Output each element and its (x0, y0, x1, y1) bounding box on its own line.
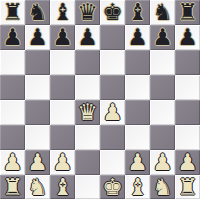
square-f6[interactable] (125, 50, 150, 75)
square-c6[interactable] (50, 50, 75, 75)
square-a6[interactable] (0, 50, 25, 75)
square-e1[interactable]: ♚ (100, 175, 125, 199)
square-a5[interactable] (0, 75, 25, 100)
piece-wB-c1: ♝ (52, 175, 73, 200)
square-b4[interactable] (25, 100, 50, 125)
piece-wK-e1: ♚ (102, 175, 123, 200)
square-c5[interactable] (50, 75, 75, 100)
square-b8[interactable]: ♞ (25, 0, 50, 25)
square-g8[interactable]: ♞ (150, 0, 175, 25)
piece-bP-b7: ♟ (27, 25, 48, 50)
square-d6[interactable] (75, 50, 100, 75)
square-g6[interactable] (150, 50, 175, 75)
square-a7[interactable]: ♟ (0, 25, 25, 50)
piece-wP-c2: ♟ (52, 150, 73, 175)
square-e2[interactable] (100, 150, 125, 175)
square-b5[interactable] (25, 75, 50, 100)
square-b2[interactable]: ♟ (25, 150, 50, 175)
square-h3[interactable] (175, 125, 200, 150)
piece-wR-h1: ♜ (177, 175, 198, 200)
square-h2[interactable]: ♟ (175, 150, 200, 175)
square-h6[interactable] (175, 50, 200, 75)
square-f1[interactable]: ♝ (125, 175, 150, 199)
square-c2[interactable]: ♟ (50, 150, 75, 175)
square-d8[interactable]: ♛ (75, 0, 100, 25)
piece-wP-g2: ♟ (152, 150, 173, 175)
piece-bK-e8: ♚ (102, 0, 123, 25)
square-f3[interactable] (125, 125, 150, 150)
piece-bB-c8: ♝ (52, 0, 73, 25)
piece-wQ-d4: ♛ (77, 100, 98, 125)
piece-bP-d7: ♟ (77, 25, 98, 50)
square-a8[interactable]: ♜ (0, 0, 25, 25)
square-d7[interactable]: ♟ (75, 25, 100, 50)
square-g7[interactable]: ♟ (150, 25, 175, 50)
square-a2[interactable]: ♟ (0, 150, 25, 175)
piece-wP-b2: ♟ (27, 150, 48, 175)
square-g4[interactable] (150, 100, 175, 125)
square-c1[interactable]: ♝ (50, 175, 75, 199)
square-g5[interactable] (150, 75, 175, 100)
square-e4[interactable]: ♟ (100, 100, 125, 125)
piece-wP-e4: ♟ (102, 100, 123, 125)
piece-wP-f2: ♟ (127, 150, 148, 175)
square-b3[interactable] (25, 125, 50, 150)
piece-bR-h8: ♜ (177, 0, 198, 25)
square-e3[interactable] (100, 125, 125, 150)
piece-wB-f1: ♝ (127, 175, 148, 200)
piece-bP-a7: ♟ (2, 25, 23, 50)
square-e5[interactable] (100, 75, 125, 100)
piece-bN-g8: ♞ (152, 0, 173, 25)
piece-wP-a2: ♟ (2, 150, 23, 175)
piece-bP-f7: ♟ (127, 25, 148, 50)
square-e7[interactable] (100, 25, 125, 50)
square-h1[interactable]: ♜ (175, 175, 200, 199)
square-e6[interactable] (100, 50, 125, 75)
square-a4[interactable] (0, 100, 25, 125)
square-d1[interactable] (75, 175, 100, 199)
chess-board: ♜♞♝♛♚♝♞♜♟♟♟♟♟♟♟♛♟♟♟♟♟♟♟♜♞♝♚♝♞♜ (0, 0, 200, 199)
piece-bN-b8: ♞ (27, 0, 48, 25)
square-g3[interactable] (150, 125, 175, 150)
square-c7[interactable]: ♟ (50, 25, 75, 50)
piece-bR-a8: ♜ (2, 0, 23, 25)
square-f2[interactable]: ♟ (125, 150, 150, 175)
square-c8[interactable]: ♝ (50, 0, 75, 25)
square-c4[interactable] (50, 100, 75, 125)
piece-wN-g1: ♞ (152, 175, 173, 200)
piece-bP-g7: ♟ (152, 25, 173, 50)
square-f8[interactable]: ♝ (125, 0, 150, 25)
square-a3[interactable] (0, 125, 25, 150)
piece-wN-b1: ♞ (27, 175, 48, 200)
square-d3[interactable] (75, 125, 100, 150)
square-d4[interactable]: ♛ (75, 100, 100, 125)
square-c3[interactable] (50, 125, 75, 150)
chess-board-window: ♜♞♝♛♚♝♞♜♟♟♟♟♟♟♟♛♟♟♟♟♟♟♟♜♞♝♚♝♞♜ (0, 0, 200, 199)
square-g2[interactable]: ♟ (150, 150, 175, 175)
piece-bQ-d8: ♛ (77, 0, 98, 25)
square-a1[interactable]: ♜ (0, 175, 25, 199)
square-b7[interactable]: ♟ (25, 25, 50, 50)
piece-wP-h2: ♟ (177, 150, 198, 175)
square-f7[interactable]: ♟ (125, 25, 150, 50)
square-b6[interactable] (25, 50, 50, 75)
piece-wR-a1: ♜ (2, 175, 23, 200)
square-d2[interactable] (75, 150, 100, 175)
piece-bP-h7: ♟ (177, 25, 198, 50)
square-d5[interactable] (75, 75, 100, 100)
square-h5[interactable] (175, 75, 200, 100)
piece-bB-f8: ♝ (127, 0, 148, 25)
square-h8[interactable]: ♜ (175, 0, 200, 25)
square-h7[interactable]: ♟ (175, 25, 200, 50)
square-b1[interactable]: ♞ (25, 175, 50, 199)
square-g1[interactable]: ♞ (150, 175, 175, 199)
square-h4[interactable] (175, 100, 200, 125)
square-e8[interactable]: ♚ (100, 0, 125, 25)
piece-bP-c7: ♟ (52, 25, 73, 50)
square-f4[interactable] (125, 100, 150, 125)
square-f5[interactable] (125, 75, 150, 100)
